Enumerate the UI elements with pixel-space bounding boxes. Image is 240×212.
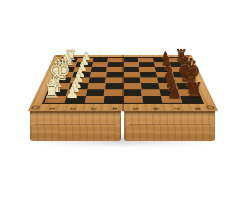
- rank-label: 5: [130, 107, 137, 109]
- rank-label: 2: [67, 107, 75, 109]
- piece-black-rook[interactable]: ♜: [185, 80, 204, 101]
- rank-label: 8: [192, 107, 200, 109]
- board-fold-seam: [122, 55, 124, 111]
- box-front-left-half: [30, 111, 121, 141]
- piece-white-rook[interactable]: ♜: [43, 82, 61, 102]
- rank-label: 7: [171, 107, 179, 109]
- chess-set-photo: 12345678 ♜♞♝♛♚♝♞♜♟♟♟♟♟♟♟♟♟♟♟♟♟♟♟♟♜♞♝♛♚♝♞…: [0, 0, 240, 212]
- wood-grain-line: [34, 124, 117, 125]
- piece-black-pawn[interactable]: ♟: [167, 84, 182, 101]
- rank-label: 6: [151, 107, 158, 109]
- wood-grain-line: [129, 124, 212, 125]
- rank-label: 3: [88, 107, 95, 109]
- rank-label: 1: [46, 107, 54, 109]
- box-front-right-half: [124, 111, 215, 141]
- piece-white-pawn[interactable]: ♟: [65, 85, 79, 101]
- rank-label: 4: [109, 107, 116, 109]
